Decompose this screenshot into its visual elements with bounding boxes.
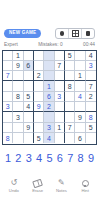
cell-r6c6[interactable] xyxy=(55,102,65,112)
eraser-icon xyxy=(33,179,42,188)
toolbar: ↺ Undo Erase ✎ Notes Hint xyxy=(0,179,99,194)
header-icon-group xyxy=(55,28,95,39)
status-bar-spacer xyxy=(0,0,99,28)
cell-r4c8[interactable] xyxy=(75,81,85,91)
cell-r2c5[interactable] xyxy=(44,61,54,71)
cell-r6c7[interactable] xyxy=(65,102,75,112)
timer: 00:44 xyxy=(83,42,95,47)
cell-r4c4[interactable] xyxy=(34,81,44,91)
cell-r2c9[interactable]: 3 xyxy=(86,61,96,71)
numpad-5[interactable]: 5 xyxy=(46,153,52,164)
cell-r3c7[interactable] xyxy=(65,71,75,81)
cell-r8c1[interactable] xyxy=(3,123,13,133)
circle-icon xyxy=(60,31,65,36)
cell-r2c4[interactable] xyxy=(34,61,44,71)
cell-r7c6[interactable] xyxy=(55,112,65,122)
numpad-3[interactable]: 3 xyxy=(26,153,32,164)
numpad-6[interactable]: 6 xyxy=(57,153,63,164)
pencil-icon: ✎ xyxy=(58,179,65,188)
cell-r6c3[interactable]: 4 xyxy=(24,102,34,112)
cell-r7c4[interactable] xyxy=(34,112,44,122)
cell-r2c8[interactable] xyxy=(75,61,85,71)
cell-r7c3[interactable] xyxy=(24,112,34,122)
square-button[interactable] xyxy=(81,29,94,38)
square-icon xyxy=(86,31,91,36)
cell-r5c5[interactable]: 6 xyxy=(44,92,54,102)
cell-r1c6[interactable] xyxy=(55,51,65,61)
cell-r3c6[interactable] xyxy=(55,71,65,81)
undo-button[interactable]: ↺ Undo xyxy=(4,179,24,194)
cell-r5c1[interactable] xyxy=(3,92,13,102)
cell-r2c7[interactable] xyxy=(65,61,75,71)
hint-icon xyxy=(82,179,89,188)
cell-r3c5[interactable] xyxy=(44,71,54,81)
hint-label: Hint xyxy=(81,189,88,193)
cell-r1c5[interactable] xyxy=(44,51,54,61)
cell-r2c6[interactable]: 7 xyxy=(55,61,65,71)
cell-r4c1[interactable] xyxy=(3,81,13,91)
cell-r6c5[interactable]: 2 xyxy=(44,102,54,112)
cell-r7c9[interactable]: 8 xyxy=(86,112,96,122)
cell-r9c6[interactable] xyxy=(55,133,65,143)
sudoku-board: 15496737211878563423492398931758546 xyxy=(2,50,97,145)
numpad-9[interactable]: 9 xyxy=(88,153,94,164)
cell-r8c4[interactable] xyxy=(34,123,44,133)
cell-r3c8[interactable]: 1 xyxy=(75,71,85,81)
numpad-7[interactable]: 7 xyxy=(67,153,73,164)
cell-r8c8[interactable] xyxy=(75,123,85,133)
cell-r3c2[interactable] xyxy=(13,71,23,81)
numpad: 123456789 xyxy=(0,153,99,165)
header: NEW GAME xyxy=(0,28,99,39)
mistakes-label: Mistakes: 0 xyxy=(38,42,62,47)
cell-r4c6[interactable] xyxy=(55,81,65,91)
cell-r1c1[interactable] xyxy=(3,51,13,61)
cell-r3c1[interactable]: 7 xyxy=(3,71,13,81)
cell-r6c8[interactable] xyxy=(75,102,85,112)
cell-r9c9[interactable] xyxy=(86,133,96,143)
numpad-1[interactable]: 1 xyxy=(5,153,11,164)
cell-r2c2[interactable]: 9 xyxy=(13,61,23,71)
cell-r1c3[interactable] xyxy=(24,51,34,61)
cell-r1c4[interactable] xyxy=(34,51,44,61)
cell-r9c4[interactable]: 5 xyxy=(34,133,44,143)
cell-r8c6[interactable]: 1 xyxy=(55,123,65,133)
cell-r6c9[interactable] xyxy=(86,102,96,112)
new-game-button[interactable]: NEW GAME xyxy=(4,29,41,39)
cell-r8c9[interactable]: 5 xyxy=(86,123,96,133)
cell-r1c2[interactable]: 1 xyxy=(13,51,23,61)
grid-icon xyxy=(72,30,79,37)
cell-r3c9[interactable] xyxy=(86,71,96,81)
cell-r9c5[interactable]: 4 xyxy=(44,133,54,143)
cell-r7c5[interactable] xyxy=(44,112,54,122)
cell-r8c7[interactable]: 7 xyxy=(65,123,75,133)
erase-button[interactable]: Erase xyxy=(28,179,48,194)
cell-r2c1[interactable] xyxy=(3,61,13,71)
cell-r6c1[interactable]: 3 xyxy=(3,102,13,112)
cell-r5c8[interactable]: 4 xyxy=(75,92,85,102)
cell-r7c7[interactable] xyxy=(65,112,75,122)
cell-r4c5[interactable]: 1 xyxy=(44,81,54,91)
cell-r4c2[interactable] xyxy=(13,81,23,91)
cell-r2c3[interactable]: 6 xyxy=(24,61,34,71)
cell-r6c2[interactable] xyxy=(13,102,23,112)
cell-r3c3[interactable] xyxy=(24,71,34,81)
notes-label: Notes xyxy=(56,189,67,193)
difficulty-label: Expert xyxy=(4,42,18,47)
numpad-4[interactable]: 4 xyxy=(36,153,42,164)
cell-r8c5[interactable]: 3 xyxy=(44,123,54,133)
notes-button[interactable]: ✎ Notes xyxy=(51,179,71,194)
erase-label: Erase xyxy=(32,189,43,193)
cell-r7c8[interactable]: 9 xyxy=(75,112,85,122)
undo-label: Undo xyxy=(9,189,19,193)
cell-r9c2[interactable] xyxy=(13,133,23,143)
cell-r3c4[interactable]: 2 xyxy=(34,71,44,81)
cell-r5c3[interactable]: 5 xyxy=(24,92,34,102)
cell-r7c1[interactable] xyxy=(3,112,13,122)
undo-icon: ↺ xyxy=(11,179,18,188)
grid-button[interactable] xyxy=(68,29,81,38)
cell-r5c9[interactable]: 2 xyxy=(86,92,96,102)
cell-r9c7[interactable] xyxy=(65,133,75,143)
cell-r8c2[interactable] xyxy=(13,123,23,133)
cell-r1c8[interactable] xyxy=(75,51,85,61)
numpad-8[interactable]: 8 xyxy=(78,153,84,164)
cell-r9c3[interactable] xyxy=(24,133,34,143)
cell-r5c6[interactable]: 3 xyxy=(55,92,65,102)
status-row: Expert Mistakes: 0 00:44 xyxy=(0,41,99,48)
cell-r7c2[interactable]: 3 xyxy=(13,112,23,122)
cell-r5c7[interactable] xyxy=(65,92,75,102)
cell-r4c9[interactable]: 7 xyxy=(86,81,96,91)
cell-r8c3[interactable]: 9 xyxy=(24,123,34,133)
cell-r5c4[interactable] xyxy=(34,92,44,102)
cell-r1c9[interactable]: 4 xyxy=(86,51,96,61)
numpad-2[interactable]: 2 xyxy=(15,153,21,164)
circle-button[interactable] xyxy=(56,29,68,38)
cell-r1c7[interactable]: 5 xyxy=(65,51,75,61)
cell-r5c2[interactable]: 8 xyxy=(13,92,23,102)
cell-r6c4[interactable]: 9 xyxy=(34,102,44,112)
cell-r9c1[interactable]: 8 xyxy=(3,133,13,143)
hint-button[interactable]: Hint xyxy=(75,179,95,194)
cell-r9c8[interactable]: 6 xyxy=(75,133,85,143)
cell-r4c7[interactable]: 8 xyxy=(65,81,75,91)
cell-r4c3[interactable] xyxy=(24,81,34,91)
